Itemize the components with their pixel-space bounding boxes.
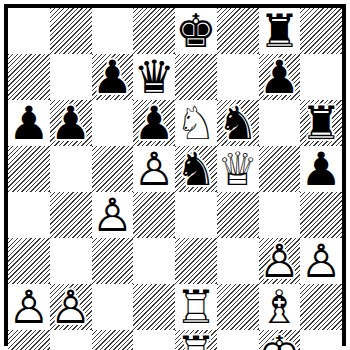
square-e8[interactable]: ♚♚: [175, 8, 217, 54]
square-b5[interactable]: [50, 146, 92, 192]
square-d7[interactable]: ♛♛: [133, 54, 175, 100]
square-h5[interactable]: ♟♟: [300, 146, 342, 192]
piece-black-pawn[interactable]: ♟♟: [300, 146, 342, 192]
square-b3[interactable]: [50, 238, 92, 284]
square-f1[interactable]: [217, 330, 259, 350]
piece-black-pawn[interactable]: ♟♟: [50, 100, 92, 146]
piece-glyph: ♜: [301, 100, 342, 146]
piece-glyph: ♙: [8, 284, 49, 330]
piece-white-pawn[interactable]: ♟♙: [8, 284, 50, 330]
piece-black-queen[interactable]: ♛♛: [133, 54, 175, 100]
piece-black-pawn[interactable]: ♟♟: [8, 100, 50, 146]
square-e5[interactable]: ♞♞: [175, 146, 217, 192]
piece-white-queen[interactable]: ♛♕: [217, 146, 259, 192]
square-b6[interactable]: ♟♟: [50, 100, 92, 146]
square-g3[interactable]: ♟♙: [259, 238, 301, 284]
square-c4[interactable]: ♟♙: [92, 192, 134, 238]
chess-board: ♚♚♜♜♟♟♛♛♟♟♟♟♟♟♟♟♞♘♞♞♜♜♟♙♞♞♛♕♟♟♟♙♟♙♟♙♟♙♟♙…: [8, 8, 342, 342]
square-g7[interactable]: ♟♟: [259, 54, 301, 100]
square-b4[interactable]: [50, 192, 92, 238]
piece-glyph: ♙: [92, 192, 133, 238]
square-c8[interactable]: [92, 8, 134, 54]
square-f3[interactable]: [217, 238, 259, 284]
piece-glyph: ♖: [175, 330, 216, 350]
piece-black-knight[interactable]: ♞♞: [217, 100, 259, 146]
piece-glyph: ♖: [175, 284, 216, 330]
square-g2[interactable]: ♝♗: [259, 284, 301, 330]
square-a1[interactable]: [8, 330, 50, 350]
piece-white-knight[interactable]: ♞♘: [175, 100, 217, 146]
square-b8[interactable]: [50, 8, 92, 54]
piece-glyph: ♟: [50, 100, 91, 146]
square-a2[interactable]: ♟♙: [8, 284, 50, 330]
square-d4[interactable]: [133, 192, 175, 238]
square-f2[interactable]: [217, 284, 259, 330]
square-d6[interactable]: ♟♟: [133, 100, 175, 146]
square-c3[interactable]: [92, 238, 134, 284]
square-e6[interactable]: ♞♘: [175, 100, 217, 146]
piece-black-pawn[interactable]: ♟♟: [133, 100, 175, 146]
piece-black-knight[interactable]: ♞♞: [175, 146, 217, 192]
square-f6[interactable]: ♞♞: [217, 100, 259, 146]
square-g6[interactable]: [259, 100, 301, 146]
square-d8[interactable]: [133, 8, 175, 54]
piece-white-pawn[interactable]: ♟♙: [50, 284, 92, 330]
piece-glyph: ♕: [217, 146, 258, 192]
square-a6[interactable]: ♟♟: [8, 100, 50, 146]
piece-glyph: ♘: [175, 100, 216, 146]
piece-black-rook[interactable]: ♜♜: [259, 8, 301, 54]
piece-glyph: ♙: [50, 284, 91, 330]
square-f4[interactable]: [217, 192, 259, 238]
square-g8[interactable]: ♜♜: [259, 8, 301, 54]
square-e1[interactable]: ♜♖: [175, 330, 217, 350]
square-d5[interactable]: ♟♙: [133, 146, 175, 192]
square-h3[interactable]: ♟♙: [300, 238, 342, 284]
piece-black-pawn[interactable]: ♟♟: [92, 54, 134, 100]
square-a4[interactable]: [8, 192, 50, 238]
square-a5[interactable]: [8, 146, 50, 192]
square-g5[interactable]: [259, 146, 301, 192]
square-e7[interactable]: [175, 54, 217, 100]
square-f8[interactable]: [217, 8, 259, 54]
square-h4[interactable]: [300, 192, 342, 238]
square-a7[interactable]: [8, 54, 50, 100]
piece-glyph: ♙: [134, 146, 175, 192]
piece-glyph: ♟: [134, 100, 175, 146]
square-d2[interactable]: [133, 284, 175, 330]
square-h7[interactable]: [300, 54, 342, 100]
piece-black-king[interactable]: ♚♚: [175, 8, 217, 54]
piece-glyph: ♔: [259, 330, 300, 350]
square-c5[interactable]: [92, 146, 134, 192]
piece-glyph: ♙: [301, 238, 342, 284]
piece-glyph: ♗: [259, 284, 300, 330]
square-b2[interactable]: ♟♙: [50, 284, 92, 330]
square-c1[interactable]: [92, 330, 134, 350]
square-f7[interactable]: [217, 54, 259, 100]
piece-white-bishop[interactable]: ♝♗: [259, 284, 301, 330]
piece-white-pawn[interactable]: ♟♙: [259, 238, 301, 284]
piece-black-pawn[interactable]: ♟♟: [259, 54, 301, 100]
square-b7[interactable]: [50, 54, 92, 100]
square-h6[interactable]: ♜♜: [300, 100, 342, 146]
square-c2[interactable]: [92, 284, 134, 330]
piece-glyph: ♞: [175, 146, 216, 192]
square-h8[interactable]: [300, 8, 342, 54]
square-d1[interactable]: [133, 330, 175, 350]
piece-white-pawn[interactable]: ♟♙: [92, 192, 134, 238]
piece-glyph: ♙: [259, 238, 300, 284]
square-g4[interactable]: [259, 192, 301, 238]
square-h1[interactable]: [300, 330, 342, 350]
piece-glyph: ♚: [175, 8, 216, 54]
square-f5[interactable]: ♛♕: [217, 146, 259, 192]
piece-white-rook[interactable]: ♜♖: [175, 284, 217, 330]
square-a8[interactable]: [8, 8, 50, 54]
piece-glyph: ♟: [8, 100, 49, 146]
square-a3[interactable]: [8, 238, 50, 284]
piece-glyph: ♟: [92, 54, 133, 100]
square-e2[interactable]: ♜♖: [175, 284, 217, 330]
piece-black-rook[interactable]: ♜♜: [300, 100, 342, 146]
piece-glyph: ♟: [301, 146, 342, 192]
square-d3[interactable]: [133, 238, 175, 284]
square-e3[interactable]: [175, 238, 217, 284]
piece-white-king[interactable]: ♚♔: [259, 330, 301, 350]
piece-white-pawn[interactable]: ♟♙: [133, 146, 175, 192]
piece-glyph: ♜: [259, 8, 300, 54]
piece-white-rook[interactable]: ♜♖: [175, 330, 217, 350]
diagram-frame: ♚♚♜♜♟♟♛♛♟♟♟♟♟♟♟♟♞♘♞♞♜♜♟♙♞♞♛♕♟♟♟♙♟♙♟♙♟♙♟♙…: [4, 4, 346, 346]
square-c7[interactable]: ♟♟: [92, 54, 134, 100]
piece-white-pawn[interactable]: ♟♙: [300, 238, 342, 284]
piece-glyph: ♟: [259, 54, 300, 100]
square-g1[interactable]: ♚♔: [259, 330, 301, 350]
square-b1[interactable]: [50, 330, 92, 350]
piece-glyph: ♞: [217, 100, 258, 146]
square-e4[interactable]: [175, 192, 217, 238]
piece-glyph: ♛: [134, 54, 175, 100]
square-c6[interactable]: [92, 100, 134, 146]
square-h2[interactable]: [300, 284, 342, 330]
